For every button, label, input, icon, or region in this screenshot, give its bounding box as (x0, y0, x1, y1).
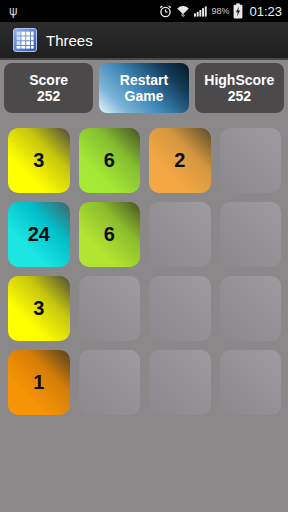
wifi-icon (176, 5, 190, 18)
restart-label-line2: Game (125, 88, 164, 104)
status-bar-left: ψ (4, 0, 18, 22)
battery-charging-icon (233, 3, 243, 19)
empty-cell-r3c2 (79, 276, 141, 341)
score-label: Score (29, 72, 68, 88)
empty-cell-r3c4 (220, 276, 282, 341)
empty-cell-r4c2 (79, 350, 141, 415)
highscore-value: 252 (228, 88, 251, 104)
app-bar: Threes (0, 22, 288, 60)
tile-r1c1-value-3: 3 (8, 128, 70, 193)
restart-label-line1: Restart (120, 72, 168, 88)
empty-cell-r2c3 (149, 202, 211, 267)
signal-bars-icon (194, 5, 207, 17)
tile-r4c1-value-1: 1 (8, 350, 70, 415)
tile-r1c2-value-6: 6 (79, 128, 141, 193)
battery-percent: 98% (211, 6, 229, 16)
board-grid[interactable]: 36224631 (8, 128, 281, 415)
highscore-label: HighScore (204, 72, 274, 88)
tile-r2c1-value-24: 24 (8, 202, 70, 267)
status-clock: 01:23 (249, 4, 284, 19)
controls-row: Score 252 Restart Game HighScore 252 (0, 63, 288, 113)
tile-r3c1-value-3: 3 (8, 276, 70, 341)
alarm-icon (159, 5, 172, 18)
empty-cell-r4c4 (220, 350, 282, 415)
empty-cell-r3c3 (149, 276, 211, 341)
empty-cell-r1c4 (220, 128, 282, 193)
highscore-button[interactable]: HighScore 252 (195, 63, 284, 113)
usb-icon: ψ (4, 0, 18, 22)
tile-r1c3-value-2: 2 (149, 128, 211, 193)
score-button[interactable]: Score 252 (4, 63, 93, 113)
restart-game-button[interactable]: Restart Game (99, 63, 188, 113)
app-title: Threes (46, 32, 93, 49)
tile-r2c2-value-6: 6 (79, 202, 141, 267)
status-bar: ψ 98% (0, 0, 288, 22)
empty-cell-r4c3 (149, 350, 211, 415)
score-value: 252 (37, 88, 60, 104)
empty-cell-r2c4 (220, 202, 282, 267)
phone-screen: ψ 98% (0, 0, 288, 512)
grid-app-icon (13, 28, 37, 52)
status-bar-right: 98% 01:23 (159, 3, 284, 19)
